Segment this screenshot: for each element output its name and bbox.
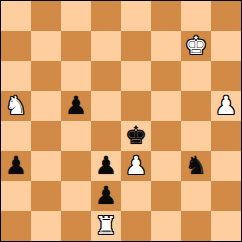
square-f1[interactable]	[151, 211, 181, 241]
square-b7[interactable]	[31, 31, 61, 61]
square-a2[interactable]	[1, 181, 31, 211]
black-pawn-c5[interactable]: ♟	[61, 91, 91, 121]
square-h2[interactable]	[211, 181, 241, 211]
square-b5[interactable]	[31, 91, 61, 121]
square-d7[interactable]	[91, 31, 121, 61]
square-f7[interactable]	[151, 31, 181, 61]
square-b4[interactable]	[31, 121, 61, 151]
square-a1[interactable]	[1, 211, 31, 241]
white-pawn-e3[interactable]: ♟	[121, 151, 151, 181]
black-pawn-d3[interactable]: ♟	[91, 151, 121, 181]
square-a6[interactable]	[1, 61, 31, 91]
square-b8[interactable]	[31, 1, 61, 31]
square-g1[interactable]	[181, 211, 211, 241]
square-h3[interactable]	[211, 151, 241, 181]
square-e7[interactable]	[121, 31, 151, 61]
square-b2[interactable]	[31, 181, 61, 211]
white-knight-a5[interactable]: ♞	[1, 91, 31, 121]
chess-board: ♚♞♟♟♚♟♟♟♞♟♜	[1, 1, 241, 241]
square-e4[interactable]: ♚	[121, 121, 151, 151]
square-e1[interactable]	[121, 211, 151, 241]
square-d6[interactable]	[91, 61, 121, 91]
square-a8[interactable]	[1, 1, 31, 31]
square-f4[interactable]	[151, 121, 181, 151]
white-king-g7[interactable]: ♚	[181, 31, 211, 61]
square-g6[interactable]	[181, 61, 211, 91]
square-c3[interactable]	[61, 151, 91, 181]
square-a7[interactable]	[1, 31, 31, 61]
square-c2[interactable]	[61, 181, 91, 211]
square-f3[interactable]	[151, 151, 181, 181]
black-pawn-d2[interactable]: ♟	[91, 181, 121, 211]
black-knight-g3[interactable]: ♞	[181, 151, 211, 181]
white-rook-d1[interactable]: ♜	[91, 211, 121, 241]
square-f8[interactable]	[151, 1, 181, 31]
square-c8[interactable]	[61, 1, 91, 31]
square-h1[interactable]	[211, 211, 241, 241]
square-h6[interactable]	[211, 61, 241, 91]
square-c6[interactable]	[61, 61, 91, 91]
square-g3[interactable]: ♞	[181, 151, 211, 181]
square-d4[interactable]	[91, 121, 121, 151]
square-f5[interactable]	[151, 91, 181, 121]
square-g2[interactable]	[181, 181, 211, 211]
square-c7[interactable]	[61, 31, 91, 61]
square-d5[interactable]	[91, 91, 121, 121]
black-pawn-a3[interactable]: ♟	[1, 151, 31, 181]
black-king-e4[interactable]: ♚	[121, 121, 151, 151]
square-d1[interactable]: ♜	[91, 211, 121, 241]
square-e3[interactable]: ♟	[121, 151, 151, 181]
square-g5[interactable]	[181, 91, 211, 121]
square-e6[interactable]	[121, 61, 151, 91]
square-h4[interactable]	[211, 121, 241, 151]
square-h7[interactable]	[211, 31, 241, 61]
square-g7[interactable]: ♚	[181, 31, 211, 61]
square-g8[interactable]	[181, 1, 211, 31]
square-e2[interactable]	[121, 181, 151, 211]
square-b1[interactable]	[31, 211, 61, 241]
square-f6[interactable]	[151, 61, 181, 91]
square-d2[interactable]: ♟	[91, 181, 121, 211]
square-f2[interactable]	[151, 181, 181, 211]
square-b3[interactable]	[31, 151, 61, 181]
square-d8[interactable]	[91, 1, 121, 31]
square-b6[interactable]	[31, 61, 61, 91]
square-a5[interactable]: ♞	[1, 91, 31, 121]
square-c4[interactable]	[61, 121, 91, 151]
square-a4[interactable]	[1, 121, 31, 151]
square-c1[interactable]	[61, 211, 91, 241]
square-a3[interactable]: ♟	[1, 151, 31, 181]
square-h8[interactable]	[211, 1, 241, 31]
chess-board-frame: ♚♞♟♟♚♟♟♟♞♟♜	[0, 0, 242, 242]
square-h5[interactable]: ♟	[211, 91, 241, 121]
white-pawn-h5[interactable]: ♟	[211, 91, 241, 121]
square-e5[interactable]	[121, 91, 151, 121]
square-c5[interactable]: ♟	[61, 91, 91, 121]
square-g4[interactable]	[181, 121, 211, 151]
square-e8[interactable]	[121, 1, 151, 31]
square-d3[interactable]: ♟	[91, 151, 121, 181]
